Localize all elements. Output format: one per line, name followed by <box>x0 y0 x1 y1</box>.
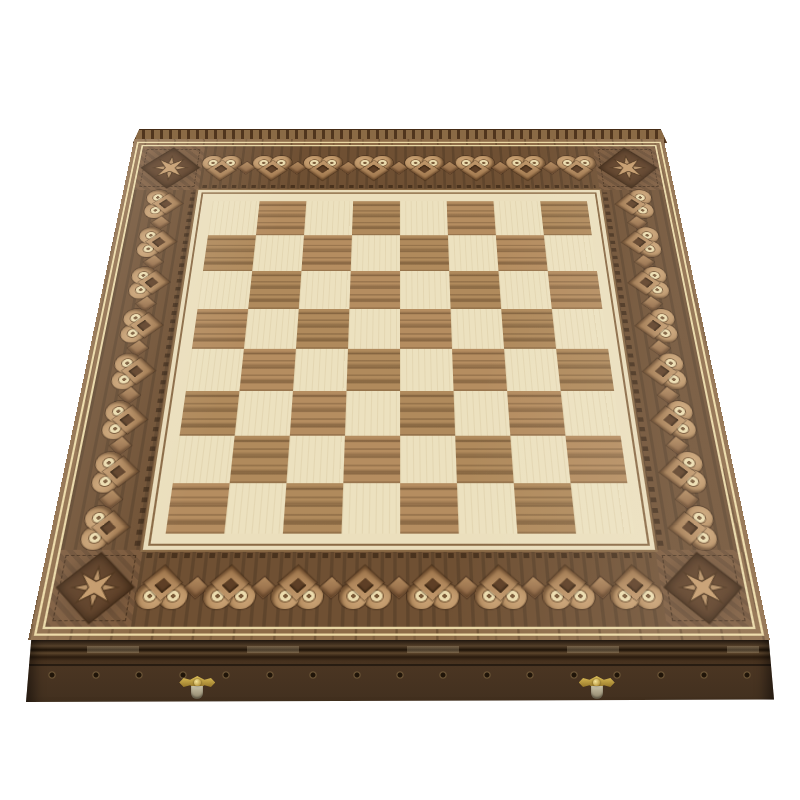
square-c3 <box>290 391 347 436</box>
heart-motif <box>303 156 343 180</box>
square-e7 <box>400 235 449 271</box>
square-c2 <box>286 436 344 483</box>
square-g4 <box>504 349 561 391</box>
heart-motif <box>200 156 242 180</box>
square-b1 <box>224 483 286 533</box>
heart-motif <box>620 227 662 257</box>
square-d8 <box>352 201 400 235</box>
heart-motif <box>666 506 719 550</box>
square-f7 <box>448 235 499 271</box>
heart-motif <box>455 156 495 180</box>
square-e2 <box>400 436 457 483</box>
carved-stud <box>266 671 274 679</box>
square-c8 <box>304 201 353 235</box>
heart-motif <box>649 401 698 439</box>
square-c5 <box>296 309 349 349</box>
carved-stud <box>526 671 534 679</box>
heart-motif <box>506 156 547 180</box>
carved-stud <box>743 671 751 679</box>
carved-stud <box>135 671 143 679</box>
playing-field-frame <box>140 189 657 552</box>
square-b3 <box>235 391 293 436</box>
heart-motif <box>143 190 184 218</box>
heart-motif <box>607 566 664 609</box>
rosette-star-icon <box>63 563 125 612</box>
square-c4 <box>293 349 348 391</box>
carved-stud <box>222 671 230 679</box>
carved-border-bottom <box>131 550 667 627</box>
square-f1 <box>457 483 517 533</box>
square-g6 <box>498 271 551 309</box>
carved-border-top <box>198 146 599 190</box>
square-b8 <box>256 201 306 235</box>
brass-clasp-right <box>579 674 615 702</box>
board-grid <box>166 201 635 533</box>
square-h4 <box>556 349 614 391</box>
square-d1 <box>342 483 401 533</box>
corner-rosette-top-left <box>134 146 205 190</box>
square-h1 <box>571 483 635 533</box>
square-b6 <box>248 271 301 309</box>
square-g2 <box>510 436 570 483</box>
square-h5 <box>552 309 608 349</box>
square-c7 <box>301 235 352 271</box>
square-h8 <box>540 201 592 235</box>
carved-stud <box>483 671 491 679</box>
rosette-star-icon <box>605 154 650 182</box>
square-e3 <box>400 391 455 436</box>
heart-motif <box>354 156 393 180</box>
square-b7 <box>252 235 304 271</box>
carved-stud <box>396 671 404 679</box>
square-d3 <box>345 391 400 436</box>
clasp-hook <box>191 686 203 699</box>
square-d6 <box>349 271 400 309</box>
square-b2 <box>230 436 290 483</box>
carved-stud <box>353 671 361 679</box>
square-h2 <box>565 436 627 483</box>
square-e6 <box>400 271 451 309</box>
square-d5 <box>348 309 400 349</box>
rosette-star-icon <box>672 563 734 612</box>
heart-motif <box>110 354 157 390</box>
square-g1 <box>514 483 576 533</box>
carved-stud <box>439 671 447 679</box>
square-d7 <box>351 235 400 271</box>
square-a7 <box>203 235 256 271</box>
heart-motif <box>627 267 671 299</box>
square-g5 <box>501 309 556 349</box>
heart-motif <box>119 309 164 343</box>
square-h6 <box>548 271 603 309</box>
heart-motif <box>614 190 655 218</box>
rosette-star-icon <box>147 154 192 182</box>
carved-stud <box>700 671 708 679</box>
heart-motif <box>134 566 191 609</box>
square-e1 <box>400 483 459 533</box>
heart-motif <box>405 156 444 180</box>
clasp-hook <box>591 686 603 699</box>
heart-motif <box>79 506 132 550</box>
heart-motif <box>251 156 292 180</box>
carved-stud <box>92 671 100 679</box>
heart-motif <box>407 566 459 609</box>
square-f3 <box>454 391 511 436</box>
heart-motif <box>339 566 391 609</box>
heart-motif <box>100 401 149 439</box>
square-a5 <box>192 309 248 349</box>
front-stud-row <box>48 671 751 679</box>
square-h7 <box>544 235 597 271</box>
square-g7 <box>496 235 548 271</box>
carved-stud <box>570 671 578 679</box>
square-f5 <box>451 309 504 349</box>
square-a1 <box>166 483 230 533</box>
heart-motif <box>657 452 708 493</box>
square-d4 <box>346 349 400 391</box>
square-a2 <box>173 436 235 483</box>
corner-rosette-bottom-left <box>45 550 143 627</box>
square-f2 <box>455 436 514 483</box>
glossy-bevel-highlight <box>41 646 759 653</box>
heart-motif <box>90 452 141 493</box>
square-d2 <box>343 436 400 483</box>
clasp-knob <box>194 679 201 686</box>
carved-stud <box>309 671 317 679</box>
corner-rosette-bottom-right <box>655 550 753 627</box>
heart-motif <box>202 566 257 609</box>
brass-clasp-left <box>179 674 215 702</box>
square-a8 <box>208 201 260 235</box>
carved-stud <box>48 671 56 679</box>
square-g8 <box>493 201 543 235</box>
playing-field-panel <box>148 192 650 545</box>
heart-motif <box>270 566 324 609</box>
square-a3 <box>180 391 240 436</box>
square-e8 <box>400 201 448 235</box>
square-e5 <box>400 309 452 349</box>
product-photo-scene <box>0 0 800 800</box>
square-h3 <box>561 391 621 436</box>
square-a4 <box>186 349 244 391</box>
heart-motif <box>634 309 679 343</box>
corner-rosette-top-right <box>593 146 664 190</box>
chess-board <box>28 139 770 640</box>
heart-motif <box>128 267 172 299</box>
box-front-edge <box>26 640 774 702</box>
square-f4 <box>452 349 507 391</box>
heart-motif <box>136 227 178 257</box>
heart-motif <box>641 354 688 390</box>
square-b5 <box>244 309 299 349</box>
heart-motif <box>474 566 528 609</box>
square-e4 <box>400 349 454 391</box>
square-f6 <box>449 271 501 309</box>
square-c6 <box>299 271 351 309</box>
lid-seam <box>26 664 774 666</box>
square-g3 <box>507 391 565 436</box>
heart-motif <box>540 566 595 609</box>
square-f8 <box>447 201 496 235</box>
square-b4 <box>239 349 296 391</box>
heart-motif <box>556 156 598 180</box>
square-a6 <box>198 271 253 309</box>
square-c1 <box>283 483 343 533</box>
carved-stud <box>657 671 665 679</box>
